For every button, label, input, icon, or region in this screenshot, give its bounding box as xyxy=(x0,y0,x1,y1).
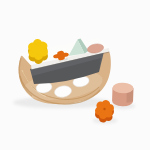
toy-scene: janod xyxy=(0,0,150,150)
orange-flower-center-dimple xyxy=(103,108,105,110)
pink-cylinder-block xyxy=(112,82,134,106)
product-photo: janod xyxy=(0,0,150,150)
